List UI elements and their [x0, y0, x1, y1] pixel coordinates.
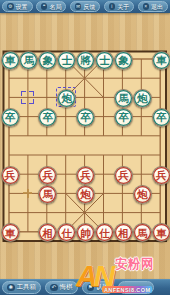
hidden-button[interactable]	[118, 281, 154, 294]
feedback-button[interactable]: ✉ 反馈	[70, 1, 101, 12]
app-window: 車馬象士將士象車炮馬炮卒卒卒卒卒兵兵兵兵兵馬炮炮車相仕帥仕相馬車 ⚙ 设置 ❝ …	[0, 0, 170, 295]
piece-black-cannon[interactable]: 炮	[133, 89, 152, 108]
famous-games-button[interactable]: ❝ 名局	[36, 1, 67, 12]
top-toolbar: ⚙ 设置 ❝ 名局 ✉ 反馈 i 关于 × 退出	[0, 0, 170, 13]
info-icon: i	[109, 3, 116, 10]
chat-bubble-icon: ❝	[41, 3, 48, 10]
piece-black-chariot[interactable]: 車	[1, 51, 20, 70]
toolbox-button[interactable]: ✱ 工具箱	[2, 281, 41, 294]
close-icon: ×	[143, 3, 150, 10]
piece-black-chariot[interactable]: 車	[152, 51, 170, 70]
piece-red-soldier[interactable]: 兵	[76, 166, 95, 185]
piece-black-elephant[interactable]: 象	[38, 51, 57, 70]
piece-red-cannon[interactable]: 炮	[133, 185, 152, 204]
toolbox-label: 工具箱	[17, 284, 37, 291]
about-label: 关于	[117, 4, 129, 10]
piece-black-soldier[interactable]: 卒	[114, 108, 133, 127]
piece-red-soldier[interactable]: 兵	[152, 166, 170, 185]
piece-black-advisor[interactable]: 士	[57, 51, 76, 70]
bottom-toolbar: ✱ 工具箱 ↶ 悔棋 ⚑ 认输	[0, 279, 170, 295]
settings-button[interactable]: ⚙ 设置	[2, 1, 33, 12]
settings-label: 设置	[16, 4, 28, 10]
resign-label: 认输	[96, 284, 109, 291]
piece-red-horse[interactable]: 馬	[133, 223, 152, 242]
toolbox-icon: ✱	[7, 284, 15, 292]
piece-black-advisor[interactable]: 士	[95, 51, 114, 70]
undo-move-label: 悔棋	[60, 284, 73, 291]
piece-red-chariot[interactable]: 車	[1, 223, 20, 242]
feedback-label: 反馈	[83, 4, 95, 10]
undo-icon: ↶	[50, 284, 58, 292]
piece-red-soldier[interactable]: 兵	[38, 166, 57, 185]
piece-red-soldier[interactable]: 兵	[1, 166, 20, 185]
piece-black-general[interactable]: 將	[76, 51, 95, 70]
piece-black-elephant[interactable]: 象	[114, 51, 133, 70]
famous-games-label: 名局	[49, 4, 61, 10]
piece-black-horse[interactable]: 馬	[19, 51, 38, 70]
envelope-icon: ✉	[75, 3, 82, 10]
exit-label: 退出	[151, 4, 163, 10]
undo-move-button[interactable]: ↶ 悔棋	[45, 281, 78, 294]
about-button[interactable]: i 关于	[104, 1, 135, 12]
xiangqi-board[interactable]	[0, 0, 170, 295]
exit-button[interactable]: × 退出	[138, 1, 169, 12]
piece-black-soldier[interactable]: 卒	[152, 108, 170, 127]
resign-button[interactable]: ⚑ 认输	[82, 281, 115, 294]
flag-icon: ⚑	[87, 284, 95, 292]
gear-icon: ⚙	[7, 3, 14, 10]
piece-black-cannon[interactable]: 炮	[57, 89, 76, 108]
piece-black-horse[interactable]: 馬	[114, 89, 133, 108]
piece-red-chariot[interactable]: 車	[152, 223, 170, 242]
piece-black-soldier[interactable]: 卒	[1, 108, 20, 127]
piece-red-soldier[interactable]: 兵	[114, 166, 133, 185]
piece-red-cannon[interactable]: 炮	[76, 185, 95, 204]
